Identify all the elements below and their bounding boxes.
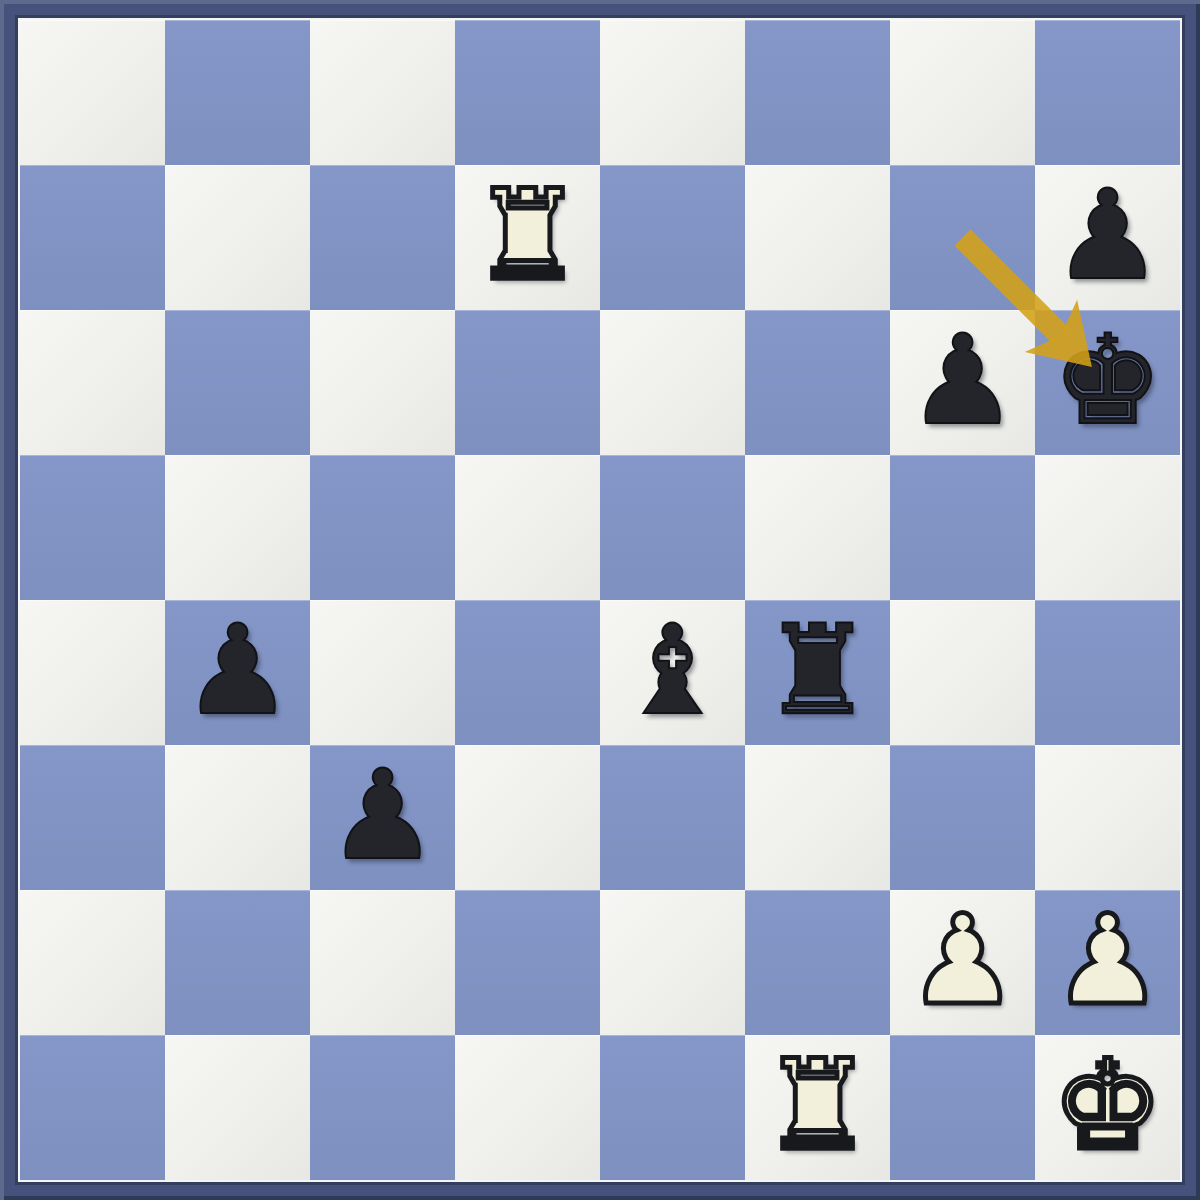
square-b4[interactable]: ♟ — [165, 600, 310, 745]
square-h3[interactable] — [1035, 745, 1180, 890]
square-a4[interactable] — [20, 600, 165, 745]
square-c2[interactable] — [310, 890, 455, 1035]
square-g7[interactable] — [890, 165, 1035, 310]
square-h1[interactable]: ♚ — [1035, 1035, 1180, 1180]
square-g2[interactable]: ♟ — [890, 890, 1035, 1035]
square-c7[interactable] — [310, 165, 455, 310]
square-b7[interactable] — [165, 165, 310, 310]
square-d1[interactable] — [455, 1035, 600, 1180]
square-f2[interactable] — [745, 890, 890, 1035]
piece-black-bishop[interactable]: ♝ — [617, 608, 728, 732]
piece-white-pawn[interactable]: ♟ — [907, 898, 1018, 1022]
square-f4[interactable]: ♜ — [745, 600, 890, 745]
square-g5[interactable] — [890, 455, 1035, 600]
square-f7[interactable] — [745, 165, 890, 310]
square-h8[interactable] — [1035, 20, 1180, 165]
square-d5[interactable] — [455, 455, 600, 600]
piece-black-pawn[interactable]: ♟ — [907, 318, 1018, 442]
square-b2[interactable] — [165, 890, 310, 1035]
square-f1[interactable]: ♜ — [745, 1035, 890, 1180]
square-d4[interactable] — [455, 600, 600, 745]
square-b8[interactable] — [165, 20, 310, 165]
square-d7[interactable]: ♜ — [455, 165, 600, 310]
square-f3[interactable] — [745, 745, 890, 890]
square-b5[interactable] — [165, 455, 310, 600]
square-e8[interactable] — [600, 20, 745, 165]
square-a6[interactable] — [20, 310, 165, 455]
square-h7[interactable]: ♟ — [1035, 165, 1180, 310]
piece-black-pawn[interactable]: ♟ — [1052, 173, 1163, 297]
square-a8[interactable] — [20, 20, 165, 165]
piece-white-pawn[interactable]: ♟ — [1052, 898, 1163, 1022]
square-c8[interactable] — [310, 20, 455, 165]
square-b1[interactable] — [165, 1035, 310, 1180]
square-g3[interactable] — [890, 745, 1035, 890]
square-d3[interactable] — [455, 745, 600, 890]
square-a2[interactable] — [20, 890, 165, 1035]
square-a1[interactable] — [20, 1035, 165, 1180]
square-c6[interactable] — [310, 310, 455, 455]
square-a3[interactable] — [20, 745, 165, 890]
square-c4[interactable] — [310, 600, 455, 745]
piece-black-pawn[interactable]: ♟ — [327, 753, 438, 877]
square-d8[interactable] — [455, 20, 600, 165]
piece-white-rook[interactable]: ♜ — [472, 173, 583, 297]
square-e4[interactable]: ♝ — [600, 600, 745, 745]
square-d2[interactable] — [455, 890, 600, 1035]
square-d6[interactable] — [455, 310, 600, 455]
square-e3[interactable] — [600, 745, 745, 890]
square-g6[interactable]: ♟ — [890, 310, 1035, 455]
square-e2[interactable] — [600, 890, 745, 1035]
square-a5[interactable] — [20, 455, 165, 600]
square-h5[interactable] — [1035, 455, 1180, 600]
square-e7[interactable] — [600, 165, 745, 310]
square-b3[interactable] — [165, 745, 310, 890]
board-frame: ♜♟♟♚♟♝♜♟♟♟♜♚ — [0, 0, 1200, 1200]
piece-black-king[interactable]: ♚ — [1052, 318, 1163, 442]
square-c5[interactable] — [310, 455, 455, 600]
square-e6[interactable] — [600, 310, 745, 455]
square-h2[interactable]: ♟ — [1035, 890, 1180, 1035]
square-c3[interactable]: ♟ — [310, 745, 455, 890]
square-f8[interactable] — [745, 20, 890, 165]
piece-black-rook[interactable]: ♜ — [762, 608, 873, 732]
square-h4[interactable] — [1035, 600, 1180, 745]
square-g1[interactable] — [890, 1035, 1035, 1180]
square-f5[interactable] — [745, 455, 890, 600]
square-a7[interactable] — [20, 165, 165, 310]
piece-black-pawn[interactable]: ♟ — [182, 608, 293, 732]
piece-white-king[interactable]: ♚ — [1052, 1043, 1163, 1167]
square-e1[interactable] — [600, 1035, 745, 1180]
square-b6[interactable] — [165, 310, 310, 455]
chess-board: ♜♟♟♚♟♝♜♟♟♟♜♚ — [18, 18, 1182, 1182]
square-f6[interactable] — [745, 310, 890, 455]
square-e5[interactable] — [600, 455, 745, 600]
square-c1[interactable] — [310, 1035, 455, 1180]
square-g4[interactable] — [890, 600, 1035, 745]
square-g8[interactable] — [890, 20, 1035, 165]
piece-white-rook[interactable]: ♜ — [762, 1043, 873, 1167]
square-h6[interactable]: ♚ — [1035, 310, 1180, 455]
